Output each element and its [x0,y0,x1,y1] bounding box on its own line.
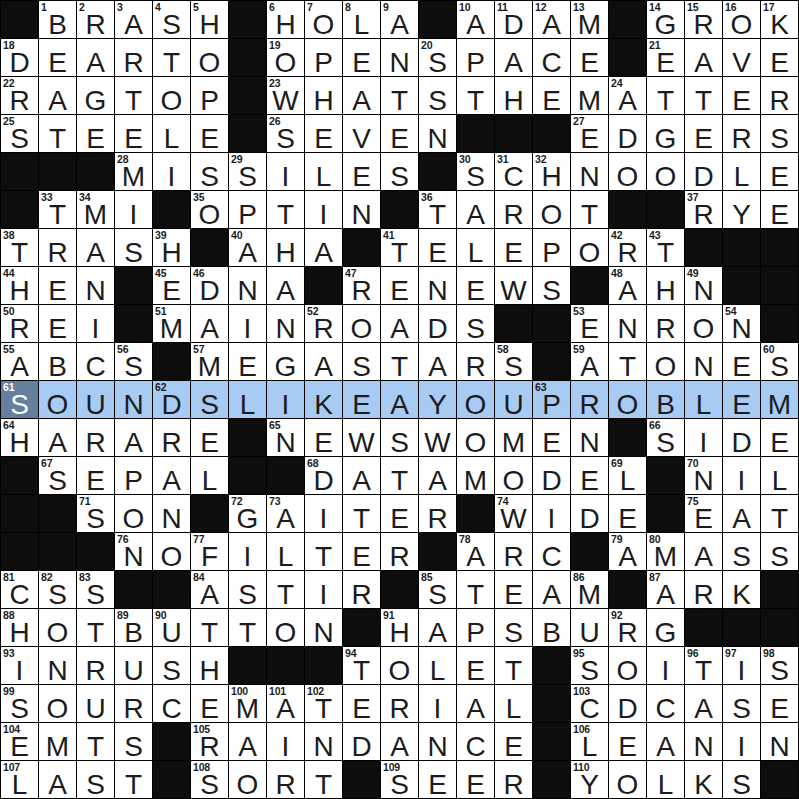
cell-r12c21[interactable]: E [761,419,798,456]
cell-r13c14[interactable]: O [495,457,532,494]
cell-r8c1[interactable]: 44H [1,267,38,304]
cell-r20c20[interactable]: I [723,723,760,760]
cell-r3c13[interactable]: T [457,77,494,114]
cell-r3c21[interactable]: R [761,77,798,114]
cell-r1c16[interactable]: 13M [571,1,608,38]
cell-r15c4[interactable]: 76N [115,533,152,570]
cell-r13c21[interactable]: L [761,457,798,494]
cell-r1c15[interactable]: 12A [533,1,570,38]
cell-r5c6[interactable]: S [191,153,228,190]
cell-r20c18[interactable]: A [647,723,684,760]
cell-r5c9[interactable]: L [305,153,342,190]
cell-r13c10[interactable]: A [343,457,380,494]
cell-r17c1[interactable]: 88H [1,609,38,646]
cell-r19c4[interactable]: R [115,685,152,722]
cell-r21c14[interactable]: R [495,761,532,798]
cell-r2c10[interactable]: E [343,39,380,76]
cell-r14c17[interactable]: E [609,495,646,532]
cell-r3c9[interactable]: H [305,77,342,114]
cell-r16c13[interactable]: T [457,571,494,608]
cell-r20c12[interactable]: N [419,723,456,760]
cell-r3c3[interactable]: G [77,77,114,114]
cell-r15c5[interactable]: O [153,533,190,570]
cell-r12c1[interactable]: 64H [1,419,38,456]
cell-r8c7[interactable]: N [229,267,266,304]
cell-r8c11[interactable]: E [381,267,418,304]
cell-r15c18[interactable]: 80M [647,533,684,570]
cell-r20c2[interactable]: M [39,723,76,760]
cell-r13c9[interactable]: 68D [305,457,342,494]
cell-r2c2[interactable]: E [39,39,76,76]
cell-r7c3[interactable]: A [77,229,114,266]
cell-r10c4[interactable]: 56S [115,343,152,380]
cell-r19c16[interactable]: 103C [571,685,608,722]
cell-r12c2[interactable]: A [39,419,76,456]
cell-r5c17[interactable]: O [609,153,646,190]
cell-r16c10[interactable]: R [343,571,380,608]
cell-r18c18[interactable]: I [647,647,684,684]
cell-r7c14[interactable]: E [495,229,532,266]
cell-r3c11[interactable]: T [381,77,418,114]
cell-r5c8[interactable]: I [267,153,304,190]
cell-r18c19[interactable]: 96T [685,647,722,684]
cell-r8c2[interactable]: E [39,267,76,304]
cell-r20c14[interactable]: E [495,723,532,760]
cell-r15c6[interactable]: 77F [191,533,228,570]
cell-r19c10[interactable]: E [343,685,380,722]
cell-r21c6[interactable]: 108S [191,761,228,798]
cell-r13c16[interactable]: E [571,457,608,494]
cell-r10c10[interactable]: S [343,343,380,380]
cell-r3c5[interactable]: O [153,77,190,114]
cell-r20c3[interactable]: T [77,723,114,760]
cell-r2c8[interactable]: 19O [267,39,304,76]
cell-r8c10[interactable]: 47R [343,267,380,304]
cell-r11c13[interactable]: O [457,381,494,418]
cell-r9c2[interactable]: E [39,305,76,342]
cell-r1c3[interactable]: 2R [77,1,114,38]
cell-r3c1[interactable]: 22R [1,77,38,114]
cell-r12c9[interactable]: E [305,419,342,456]
cell-r7c1[interactable]: 38T [1,229,38,266]
cell-r19c6[interactable]: E [191,685,228,722]
cell-r15c13[interactable]: 78A [457,533,494,570]
cell-r16c6[interactable]: 84A [191,571,228,608]
cell-r17c13[interactable]: P [457,609,494,646]
cell-r16c2[interactable]: 82S [39,571,76,608]
cell-r20c21[interactable]: N [761,723,798,760]
cell-r3c17[interactable]: 24A [609,77,646,114]
cell-r21c19[interactable]: K [685,761,722,798]
cell-r10c16[interactable]: 59A [571,343,608,380]
cell-r1c21[interactable]: 17K [761,1,798,38]
cell-r11c4[interactable]: N [115,381,152,418]
cell-r13c15[interactable]: D [533,457,570,494]
cell-r19c21[interactable]: E [761,685,798,722]
cell-r17c15[interactable]: B [533,609,570,646]
cell-r17c5[interactable]: 90U [153,609,190,646]
cell-r4c6[interactable]: E [191,115,228,152]
cell-r12c19[interactable]: I [685,419,722,456]
cell-r14c8[interactable]: 73A [267,495,304,532]
cell-r2c1[interactable]: 18D [1,39,38,76]
cell-r10c12[interactable]: A [419,343,456,380]
cell-r17c12[interactable]: A [419,609,456,646]
cell-r11c14[interactable]: U [495,381,532,418]
cell-r11c7[interactable]: L [229,381,266,418]
cell-r18c3[interactable]: R [77,647,114,684]
cell-r18c2[interactable]: N [39,647,76,684]
cell-r8c8[interactable]: A [267,267,304,304]
cell-r13c13[interactable]: M [457,457,494,494]
cell-r17c11[interactable]: 91H [381,609,418,646]
cell-r9c8[interactable]: N [267,305,304,342]
cell-r11c17[interactable]: O [609,381,646,418]
cell-r4c21[interactable]: S [761,115,798,152]
cell-r11c12[interactable]: Y [419,381,456,418]
cell-r16c19[interactable]: R [685,571,722,608]
cell-r4c12[interactable]: N [419,115,456,152]
cell-r3c20[interactable]: E [723,77,760,114]
cell-r11c2[interactable]: O [39,381,76,418]
cell-r6c8[interactable]: T [267,191,304,228]
cell-r11c21[interactable]: M [761,381,798,418]
cell-r2c14[interactable]: A [495,39,532,76]
cell-r8c5[interactable]: 45E [153,267,190,304]
cell-r14c20[interactable]: A [723,495,760,532]
cell-r19c17[interactable]: D [609,685,646,722]
cell-r6c2[interactable]: 33T [39,191,76,228]
cell-r4c16[interactable]: 27E [571,115,608,152]
cell-r14c9[interactable]: I [305,495,342,532]
cell-r21c9[interactable]: T [305,761,342,798]
cell-r18c13[interactable]: E [457,647,494,684]
cell-r16c14[interactable]: E [495,571,532,608]
cell-r1c6[interactable]: 5H [191,1,228,38]
cell-r21c11[interactable]: 109S [381,761,418,798]
cell-r5c10[interactable]: E [343,153,380,190]
cell-r1c5[interactable]: 4S [153,1,190,38]
cell-r8c13[interactable]: E [457,267,494,304]
cell-r12c18[interactable]: 66S [647,419,684,456]
cell-r13c2[interactable]: 67S [39,457,76,494]
cell-r13c20[interactable]: I [723,457,760,494]
cell-r16c16[interactable]: 86M [571,571,608,608]
cell-r2c18[interactable]: 21E [647,39,684,76]
cell-r4c17[interactable]: D [609,115,646,152]
cell-r13c4[interactable]: P [115,457,152,494]
cell-r13c3[interactable]: E [77,457,114,494]
cell-r6c10[interactable]: N [343,191,380,228]
cell-r11c11[interactable]: A [381,381,418,418]
cell-r5c5[interactable]: I [153,153,190,190]
cell-r15c14[interactable]: R [495,533,532,570]
cell-r20c16[interactable]: 106L [571,723,608,760]
cell-r20c8[interactable]: I [267,723,304,760]
cell-r17c3[interactable]: T [77,609,114,646]
cell-r18c4[interactable]: U [115,647,152,684]
cell-r12c4[interactable]: A [115,419,152,456]
cell-r7c7[interactable]: 40A [229,229,266,266]
cell-r14c12[interactable]: R [419,495,456,532]
cell-r19c1[interactable]: 99S [1,685,38,722]
cell-r14c19[interactable]: 75E [685,495,722,532]
cell-r16c12[interactable]: 85S [419,571,456,608]
cell-r1c10[interactable]: 8L [343,1,380,38]
cell-r15c19[interactable]: A [685,533,722,570]
cell-r12c11[interactable]: S [381,419,418,456]
cell-r5c21[interactable]: E [761,153,798,190]
cell-r1c13[interactable]: 10A [457,1,494,38]
cell-r18c12[interactable]: L [419,647,456,684]
cell-r15c10[interactable]: E [343,533,380,570]
cell-r9c11[interactable]: A [381,305,418,342]
cell-r21c3[interactable]: S [77,761,114,798]
cell-r3c14[interactable]: H [495,77,532,114]
cell-r20c19[interactable]: N [685,723,722,760]
cell-r5c19[interactable]: D [685,153,722,190]
cell-r14c3[interactable]: 71S [77,495,114,532]
cell-r14c21[interactable]: T [761,495,798,532]
cell-r12c5[interactable]: R [153,419,190,456]
cell-r20c9[interactable]: N [305,723,342,760]
cell-r4c8[interactable]: 26S [267,115,304,152]
cell-r4c18[interactable]: G [647,115,684,152]
cell-r11c15[interactable]: 63P [533,381,570,418]
cell-r7c18[interactable]: 43T [647,229,684,266]
cell-r16c8[interactable]: T [267,571,304,608]
cell-r17c2[interactable]: O [39,609,76,646]
cell-r21c20[interactable]: S [723,761,760,798]
cell-r10c14[interactable]: 58S [495,343,532,380]
cell-r20c7[interactable]: A [229,723,266,760]
cell-r13c11[interactable]: T [381,457,418,494]
cell-r15c21[interactable]: S [761,533,798,570]
cell-r10c17[interactable]: T [609,343,646,380]
cell-r3c4[interactable]: T [115,77,152,114]
cell-r19c20[interactable]: S [723,685,760,722]
cell-r11c18[interactable]: B [647,381,684,418]
cell-r10c8[interactable]: G [267,343,304,380]
cell-r19c8[interactable]: 101A [267,685,304,722]
cell-r17c14[interactable]: S [495,609,532,646]
cell-r21c8[interactable]: R [267,761,304,798]
cell-r12c20[interactable]: D [723,419,760,456]
cell-r19c18[interactable]: C [647,685,684,722]
cell-r9c9[interactable]: 52R [305,305,342,342]
cell-r19c13[interactable]: A [457,685,494,722]
cell-r9c7[interactable]: I [229,305,266,342]
cell-r4c1[interactable]: 25S [1,115,38,152]
cell-r21c12[interactable]: E [419,761,456,798]
cell-r2c9[interactable]: P [305,39,342,76]
cell-r1c11[interactable]: 9A [381,1,418,38]
cell-r7c2[interactable]: R [39,229,76,266]
cell-r11c5[interactable]: 62D [153,381,190,418]
cell-r12c3[interactable]: R [77,419,114,456]
cell-r15c7[interactable]: I [229,533,266,570]
cell-r19c12[interactable]: I [419,685,456,722]
cell-r5c4[interactable]: 28M [115,153,152,190]
cell-r6c14[interactable]: R [495,191,532,228]
cell-r6c12[interactable]: 36T [419,191,456,228]
cell-r7c11[interactable]: 41T [381,229,418,266]
cell-r14c16[interactable]: D [571,495,608,532]
cell-r11c9[interactable]: K [305,381,342,418]
cell-r8c12[interactable]: N [419,267,456,304]
cell-r1c20[interactable]: 16O [723,1,760,38]
cell-r11c19[interactable]: L [685,381,722,418]
cell-r1c18[interactable]: 14G [647,1,684,38]
cell-r4c5[interactable]: L [153,115,190,152]
cell-r11c6[interactable]: S [191,381,228,418]
cell-r15c17[interactable]: 79A [609,533,646,570]
cell-r14c10[interactable]: T [343,495,380,532]
cell-r6c4[interactable]: I [115,191,152,228]
cell-r1c19[interactable]: 15R [685,1,722,38]
cell-r3c6[interactable]: P [191,77,228,114]
cell-r20c6[interactable]: 105R [191,723,228,760]
cell-r4c19[interactable]: E [685,115,722,152]
cell-r10c19[interactable]: N [685,343,722,380]
cell-r7c16[interactable]: O [571,229,608,266]
cell-r2c16[interactable]: E [571,39,608,76]
cell-r3c16[interactable]: M [571,77,608,114]
cell-r13c19[interactable]: 70N [685,457,722,494]
cell-r14c14[interactable]: 74W [495,495,532,532]
cell-r17c4[interactable]: 89B [115,609,152,646]
cell-r21c7[interactable]: O [229,761,266,798]
cell-r3c10[interactable]: A [343,77,380,114]
cell-r9c18[interactable]: R [647,305,684,342]
cell-r16c20[interactable]: K [723,571,760,608]
cell-r3c15[interactable]: E [533,77,570,114]
cell-r9c16[interactable]: 53E [571,305,608,342]
cell-r18c1[interactable]: 93I [1,647,38,684]
cell-r18c10[interactable]: 94T [343,647,380,684]
cell-r20c4[interactable]: S [115,723,152,760]
cell-r6c3[interactable]: 34M [77,191,114,228]
cell-r2c19[interactable]: A [685,39,722,76]
cell-r12c16[interactable]: N [571,419,608,456]
cell-r9c3[interactable]: I [77,305,114,342]
cell-r15c11[interactable]: R [381,533,418,570]
cell-r10c3[interactable]: C [77,343,114,380]
cell-r9c17[interactable]: N [609,305,646,342]
cell-r10c13[interactable]: R [457,343,494,380]
cell-r10c20[interactable]: E [723,343,760,380]
cell-r20c13[interactable]: C [457,723,494,760]
cell-r19c14[interactable]: L [495,685,532,722]
cell-r5c16[interactable]: N [571,153,608,190]
cell-r3c2[interactable]: A [39,77,76,114]
cell-r12c8[interactable]: 65N [267,419,304,456]
cell-r2c12[interactable]: 20S [419,39,456,76]
cell-r8c3[interactable]: N [77,267,114,304]
cell-r18c11[interactable]: O [381,647,418,684]
cell-r21c4[interactable]: T [115,761,152,798]
cell-r5c15[interactable]: 32H [533,153,570,190]
cell-r10c1[interactable]: 55A [1,343,38,380]
cell-r4c11[interactable]: E [381,115,418,152]
cell-r1c8[interactable]: 6H [267,1,304,38]
cell-r16c15[interactable]: A [533,571,570,608]
cell-r19c7[interactable]: 100M [229,685,266,722]
cell-r6c16[interactable]: T [571,191,608,228]
cell-r11c20[interactable]: E [723,381,760,418]
cell-r1c4[interactable]: 3A [115,1,152,38]
cell-r19c19[interactable]: A [685,685,722,722]
cell-r6c6[interactable]: 35O [191,191,228,228]
cell-r18c16[interactable]: 95S [571,647,608,684]
cell-r4c4[interactable]: E [115,115,152,152]
cell-r17c6[interactable]: T [191,609,228,646]
cell-r9c13[interactable]: S [457,305,494,342]
cell-r7c8[interactable]: H [267,229,304,266]
cell-r17c18[interactable]: G [647,609,684,646]
cell-r10c2[interactable]: B [39,343,76,380]
cell-r6c19[interactable]: 37R [685,191,722,228]
cell-r14c4[interactable]: O [115,495,152,532]
cell-r18c20[interactable]: 97I [723,647,760,684]
cell-r18c21[interactable]: 98S [761,647,798,684]
cell-r13c6[interactable]: L [191,457,228,494]
cell-r19c5[interactable]: C [153,685,190,722]
cell-r5c13[interactable]: 30S [457,153,494,190]
cell-r4c3[interactable]: E [77,115,114,152]
cell-r13c5[interactable]: A [153,457,190,494]
cell-r7c15[interactable]: P [533,229,570,266]
cell-r20c17[interactable]: E [609,723,646,760]
cell-r15c20[interactable]: S [723,533,760,570]
cell-r7c13[interactable]: L [457,229,494,266]
cell-r11c10[interactable]: E [343,381,380,418]
cell-r12c12[interactable]: W [419,419,456,456]
cell-r2c21[interactable]: E [761,39,798,76]
cell-r15c8[interactable]: L [267,533,304,570]
cell-r10c7[interactable]: E [229,343,266,380]
cell-r6c21[interactable]: E [761,191,798,228]
cell-r5c11[interactable]: S [381,153,418,190]
cell-r9c6[interactable]: A [191,305,228,342]
cell-r17c16[interactable]: U [571,609,608,646]
cell-r4c2[interactable]: T [39,115,76,152]
cell-r21c18[interactable]: L [647,761,684,798]
cell-r9c10[interactable]: O [343,305,380,342]
cell-r2c13[interactable]: P [457,39,494,76]
cell-r14c15[interactable]: I [533,495,570,532]
cell-r21c2[interactable]: A [39,761,76,798]
cell-r8c18[interactable]: H [647,267,684,304]
cell-r2c11[interactable]: N [381,39,418,76]
cell-r8c15[interactable]: S [533,267,570,304]
cell-r3c19[interactable]: T [685,77,722,114]
cell-r9c12[interactable]: D [419,305,456,342]
cell-r10c18[interactable]: O [647,343,684,380]
cell-r5c18[interactable]: O [647,153,684,190]
cell-r1c14[interactable]: 11D [495,1,532,38]
cell-r21c1[interactable]: 107L [1,761,38,798]
cell-r15c15[interactable]: C [533,533,570,570]
cell-r10c21[interactable]: 60S [761,343,798,380]
cell-r16c3[interactable]: 83S [77,571,114,608]
cell-r2c4[interactable]: R [115,39,152,76]
cell-r5c20[interactable]: L [723,153,760,190]
cell-r16c7[interactable]: S [229,571,266,608]
cell-r21c17[interactable]: O [609,761,646,798]
cell-r12c13[interactable]: O [457,419,494,456]
cell-r12c14[interactable]: M [495,419,532,456]
